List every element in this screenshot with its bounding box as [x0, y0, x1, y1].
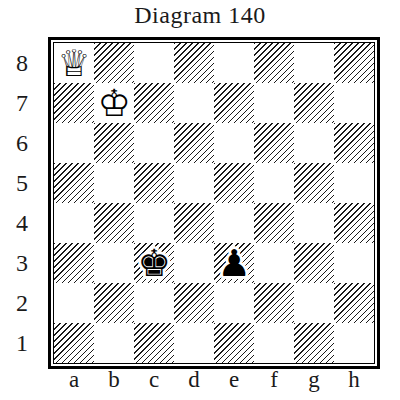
square-g4[interactable] — [294, 203, 334, 243]
square-g3[interactable] — [294, 243, 334, 283]
square-g5[interactable] — [294, 163, 334, 203]
square-f4[interactable] — [254, 203, 294, 243]
square-d6[interactable] — [174, 123, 214, 163]
file-label-b: b — [94, 367, 134, 393]
square-a2[interactable] — [54, 283, 94, 323]
rank-label-2: 2 — [4, 283, 40, 323]
square-d4[interactable] — [174, 203, 214, 243]
rank-labels: 87654321 — [4, 43, 40, 363]
square-d5[interactable] — [174, 163, 214, 203]
square-f6[interactable] — [254, 123, 294, 163]
square-h3[interactable] — [334, 243, 374, 283]
square-e8[interactable] — [214, 43, 254, 83]
file-label-d: d — [174, 367, 214, 393]
square-f8[interactable] — [254, 43, 294, 83]
square-a6[interactable] — [54, 123, 94, 163]
square-a7[interactable] — [54, 83, 94, 123]
square-c8[interactable] — [134, 43, 174, 83]
square-h8[interactable] — [334, 43, 374, 83]
board-border: ♕♔♚♟ — [53, 42, 375, 364]
chess-diagram-page: Diagram 140 87654321 ♕♔♚♟ abcdefgh — [0, 0, 400, 400]
square-f1[interactable] — [254, 323, 294, 363]
square-b1[interactable] — [94, 323, 134, 363]
square-g6[interactable] — [294, 123, 334, 163]
square-h6[interactable] — [334, 123, 374, 163]
file-label-g: g — [294, 367, 334, 393]
square-g7[interactable] — [294, 83, 334, 123]
square-e1[interactable] — [214, 323, 254, 363]
square-f5[interactable] — [254, 163, 294, 203]
square-f7[interactable] — [254, 83, 294, 123]
square-h5[interactable] — [334, 163, 374, 203]
square-e2[interactable] — [214, 283, 254, 323]
black-king[interactable]: ♚ — [134, 243, 174, 283]
white-queen[interactable]: ♕ — [54, 43, 94, 83]
file-label-c: c — [134, 367, 174, 393]
square-b5[interactable] — [94, 163, 134, 203]
square-d8[interactable] — [174, 43, 214, 83]
square-d3[interactable] — [174, 243, 214, 283]
square-e4[interactable] — [214, 203, 254, 243]
square-h7[interactable] — [334, 83, 374, 123]
file-label-a: a — [54, 367, 94, 393]
square-g2[interactable] — [294, 283, 334, 323]
square-h1[interactable] — [334, 323, 374, 363]
square-d2[interactable] — [174, 283, 214, 323]
file-label-e: e — [214, 367, 254, 393]
white-king[interactable]: ♔ — [94, 83, 134, 123]
square-c5[interactable] — [134, 163, 174, 203]
rank-label-1: 1 — [4, 323, 40, 363]
square-c7[interactable] — [134, 83, 174, 123]
square-b4[interactable] — [94, 203, 134, 243]
square-c1[interactable] — [134, 323, 174, 363]
square-e6[interactable] — [214, 123, 254, 163]
square-h2[interactable] — [334, 283, 374, 323]
square-e3[interactable]: ♟ — [214, 243, 254, 283]
board-frame: ♕♔♚♟ — [48, 37, 380, 369]
square-g1[interactable] — [294, 323, 334, 363]
file-label-h: h — [334, 367, 374, 393]
square-a8[interactable]: ♕ — [54, 43, 94, 83]
square-e5[interactable] — [214, 163, 254, 203]
square-d1[interactable] — [174, 323, 214, 363]
square-f3[interactable] — [254, 243, 294, 283]
square-a3[interactable] — [54, 243, 94, 283]
rank-label-6: 6 — [4, 123, 40, 163]
square-h4[interactable] — [334, 203, 374, 243]
square-b7[interactable]: ♔ — [94, 83, 134, 123]
square-b2[interactable] — [94, 283, 134, 323]
square-g8[interactable] — [294, 43, 334, 83]
rank-label-8: 8 — [4, 43, 40, 83]
file-label-f: f — [254, 367, 294, 393]
rank-label-5: 5 — [4, 163, 40, 203]
square-c6[interactable] — [134, 123, 174, 163]
file-labels: abcdefgh — [54, 367, 374, 393]
square-e7[interactable] — [214, 83, 254, 123]
square-a1[interactable] — [54, 323, 94, 363]
black-pawn[interactable]: ♟ — [214, 243, 254, 283]
square-b8[interactable] — [94, 43, 134, 83]
square-b3[interactable] — [94, 243, 134, 283]
square-c4[interactable] — [134, 203, 174, 243]
square-d7[interactable] — [174, 83, 214, 123]
square-c2[interactable] — [134, 283, 174, 323]
square-b6[interactable] — [94, 123, 134, 163]
square-a5[interactable] — [54, 163, 94, 203]
diagram-title: Diagram 140 — [0, 2, 400, 29]
rank-label-4: 4 — [4, 203, 40, 243]
square-a4[interactable] — [54, 203, 94, 243]
rank-label-3: 3 — [4, 243, 40, 283]
board: ♕♔♚♟ — [54, 43, 374, 363]
square-f2[interactable] — [254, 283, 294, 323]
square-c3[interactable]: ♚ — [134, 243, 174, 283]
rank-label-7: 7 — [4, 83, 40, 123]
